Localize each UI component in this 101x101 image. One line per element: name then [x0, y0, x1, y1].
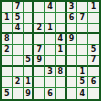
sudoku-cell-r5c5[interactable]	[45, 45, 56, 56]
sudoku-cell-r1c2: 7	[13, 2, 24, 13]
sudoku-cell-r7c9[interactable]	[88, 67, 99, 78]
sudoku-cell-r7c6: 8	[56, 67, 67, 78]
sudoku-cell-r9c2[interactable]	[13, 88, 24, 99]
sudoku-cell-r1c8[interactable]	[77, 2, 88, 13]
sudoku-cell-r9c8: 4	[77, 88, 88, 99]
sudoku-cell-r2c6[interactable]	[56, 13, 67, 24]
sudoku-cell-r8c7[interactable]	[67, 77, 78, 88]
sudoku-cell-r4c9[interactable]	[88, 34, 99, 45]
sudoku-cell-r9c1: 5	[2, 88, 13, 99]
sudoku-cell-r5c3[interactable]	[24, 45, 35, 56]
sudoku-cell-r2c3[interactable]	[24, 13, 35, 24]
sudoku-cell-r3c2: 4	[13, 24, 24, 35]
sudoku-cell-r2c9[interactable]	[88, 13, 99, 24]
sudoku-cell-r8c1[interactable]	[2, 77, 13, 88]
sudoku-cell-r6c4: 9	[34, 56, 45, 67]
sudoku-cell-r4c8[interactable]	[77, 34, 88, 45]
sudoku-cell-r2c4[interactable]	[34, 13, 45, 24]
sudoku-cell-r7c3[interactable]	[24, 67, 35, 78]
sudoku-cell-r7c2[interactable]	[13, 67, 24, 78]
sudoku-cell-r6c6[interactable]	[56, 56, 67, 67]
sudoku-cell-r4c2[interactable]	[13, 34, 24, 45]
sudoku-cell-r5c6: 1	[56, 45, 67, 56]
sudoku-cell-r5c2[interactable]	[13, 45, 24, 56]
sudoku-cell-r1c6[interactable]	[56, 2, 67, 13]
sudoku-cell-r7c1[interactable]	[2, 67, 13, 78]
sudoku-cell-r2c7: 6	[67, 13, 78, 24]
sudoku-cell-r6c2[interactable]	[13, 56, 24, 67]
sudoku-cell-r9c5: 6	[45, 88, 56, 99]
sudoku-cell-r3c7[interactable]	[67, 24, 78, 35]
sudoku-cell-r3c4: 2	[34, 24, 45, 35]
sudoku-cell-r1c9: 1	[88, 2, 99, 13]
sudoku-cell-r9c3: 9	[24, 88, 35, 99]
sudoku-cell-r6c7[interactable]	[67, 56, 78, 67]
sudoku-cell-r2c2: 5	[13, 13, 24, 24]
sudoku-cell-r3c6[interactable]	[56, 24, 67, 35]
sudoku-cell-r5c4: 7	[34, 45, 45, 56]
sudoku-cell-r6c9: 7	[88, 56, 99, 67]
sudoku-cell-r4c1: 8	[2, 34, 13, 45]
sudoku-cell-r7c7[interactable]	[67, 67, 78, 78]
sudoku-cell-r8c6[interactable]	[56, 77, 67, 88]
sudoku-cell-r2c1: 1	[2, 13, 13, 24]
sudoku-cell-r6c5[interactable]	[45, 56, 56, 67]
sudoku-cell-r9c7[interactable]	[67, 88, 78, 99]
sudoku-cell-r8c8: 5	[77, 77, 88, 88]
sudoku-cell-r1c4[interactable]	[34, 2, 45, 13]
sudoku-cell-r5c8[interactable]	[77, 45, 88, 56]
sudoku-cell-r6c8[interactable]	[77, 56, 88, 67]
sudoku-cell-r3c1[interactable]	[2, 24, 13, 35]
sudoku-cell-r4c6: 4	[56, 34, 67, 45]
sudoku-cell-r3c3[interactable]	[24, 24, 35, 35]
sudoku-cell-r6c1[interactable]	[2, 56, 13, 67]
sudoku-cell-r9c6[interactable]	[56, 88, 67, 99]
sudoku-cell-r8c5[interactable]	[45, 77, 56, 88]
sudoku-cell-r3c8[interactable]	[77, 24, 88, 35]
sudoku-cell-r4c4[interactable]	[34, 34, 45, 45]
sudoku-cell-r5c9: 5	[88, 45, 99, 56]
sudoku-cell-r1c5: 4	[45, 2, 56, 13]
sudoku-cell-r2c8: 7	[77, 13, 88, 24]
sudoku-cell-r5c1: 2	[2, 45, 13, 56]
sudoku-cell-r9c4[interactable]	[34, 88, 45, 99]
sudoku-cell-r3c9[interactable]	[88, 24, 99, 35]
sudoku-cell-r7c4[interactable]	[34, 67, 45, 78]
sudoku-cell-r5c7[interactable]	[67, 45, 78, 56]
sudoku-cell-r4c7: 9	[67, 34, 78, 45]
sudoku-cell-r4c3[interactable]	[24, 34, 35, 45]
sudoku-cell-r7c5: 3	[45, 67, 56, 78]
sudoku-cell-r2c5[interactable]	[45, 13, 56, 24]
sudoku-cell-r8c4[interactable]	[34, 77, 45, 88]
sudoku-cell-r8c3: 1	[24, 77, 35, 88]
sudoku-cell-r6c3: 5	[24, 56, 35, 67]
sudoku-cell-r7c8: 1	[77, 67, 88, 78]
sudoku-cell-r8c2: 2	[13, 77, 24, 88]
sudoku-cell-r4c5[interactable]	[45, 34, 56, 45]
sudoku-cell-r9c9[interactable]	[88, 88, 99, 99]
sudoku-cell-r1c3[interactable]	[24, 2, 35, 13]
sudoku-cell-r3c5: 1	[45, 24, 56, 35]
sudoku-cell-r1c7: 3	[67, 2, 78, 13]
sudoku-cell-r8c9: 6	[88, 77, 99, 88]
sudoku-cell-r1c1[interactable]	[2, 2, 13, 13]
sudoku-board: 74311567421849271559738121565964	[0, 0, 101, 101]
